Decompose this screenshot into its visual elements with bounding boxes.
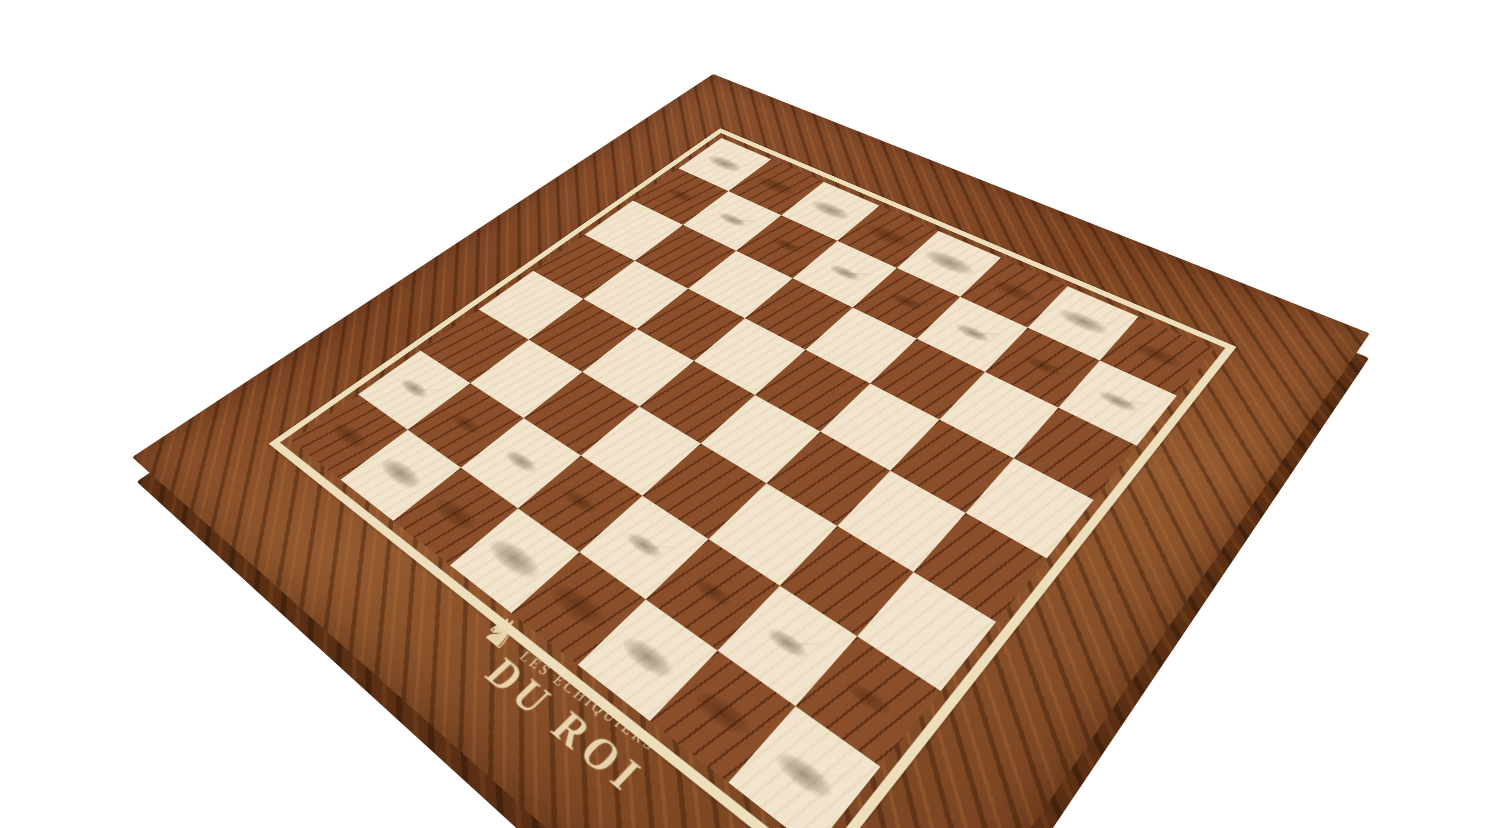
rook-glyph: ♜	[738, 642, 871, 790]
pawn-glyph: ♟	[1077, 320, 1158, 411]
pawn-glyph: ♟	[934, 257, 1010, 342]
chess-board: ♞ LES ÉCHIQUIERS DU ROI ♜♞♝♛♚♝♞♜♟♟♟♟♟♟♟♟…	[132, 74, 1370, 828]
pawn-glyph: ♟	[870, 228, 944, 310]
scene: ♞ LES ÉCHIQUIERS DU ROI ♜♞♝♛♚♝♞♜♟♟♟♟♟♟♟♟…	[0, 0, 1509, 828]
pawn-glyph: ♟	[1003, 287, 1082, 375]
